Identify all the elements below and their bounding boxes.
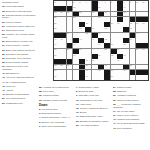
cell-number: 15 <box>54 11 56 13</box>
grid-cell[interactable]: 80 <box>111 75 117 80</box>
cell-number: 10 <box>136 1 138 3</box>
grid-cell[interactable] <box>92 75 98 80</box>
clue: 19.Railroad stretch (hyphenated before) <box>2 14 36 19</box>
grid-cell[interactable]: 72 <box>130 65 136 70</box>
grid-cell[interactable]: 48 <box>73 43 79 48</box>
clue: 4.School founded by Henry VI <box>39 116 73 119</box>
clue: 46.Absent <box>2 89 36 92</box>
clue: 11.Home food <box>76 103 110 106</box>
clue: 43.Tree ornament <box>113 127 149 130</box>
clue-number: 40. <box>113 118 116 120</box>
grid-cell[interactable]: 3 <box>79 1 85 6</box>
clue-text: 'Whirlybird' carrier cargo flier <box>6 25 35 27</box>
grid-cell[interactable] <box>79 54 85 59</box>
clue-number: 23. <box>76 124 79 126</box>
grid-cell[interactable]: 37 <box>67 33 73 38</box>
grid-cell[interactable] <box>130 54 136 59</box>
grid-cell[interactable]: 7 <box>111 1 117 6</box>
grid-cell[interactable] <box>136 38 142 43</box>
grid-cell[interactable] <box>111 33 117 38</box>
grid-cell[interactable]: 79 <box>85 75 91 80</box>
grid-cell[interactable] <box>117 27 123 32</box>
clue-number: 42. <box>2 76 5 78</box>
grid-cell[interactable] <box>123 59 129 64</box>
cell-number: 28 <box>117 22 119 24</box>
grid-cell[interactable]: 31 <box>142 22 148 27</box>
cell-number: 51 <box>123 43 125 45</box>
clue-number: 46. <box>2 89 5 91</box>
grid-cell[interactable]: 27 <box>111 22 117 27</box>
grid-cell[interactable] <box>111 12 117 17</box>
grid-cell[interactable]: 75 <box>98 70 104 75</box>
grid-cell[interactable]: 65 <box>92 59 98 64</box>
cell-number: 12 <box>73 6 75 8</box>
across-clue-list-two: 55.Heading for a flight deck?58.Lone rac… <box>39 86 73 101</box>
clue-number: 35. <box>2 53 5 55</box>
cell-number: 42 <box>60 38 62 40</box>
grid-cell[interactable] <box>85 43 91 48</box>
grid-cell[interactable] <box>136 12 142 17</box>
clue-text: Heading for a flight deck? <box>43 86 69 88</box>
clue: 53.Washington fruit <box>2 102 36 105</box>
clue: 21.'Whirlybird' carrier cargo flier <box>2 25 36 28</box>
grid-cell[interactable]: 46 <box>130 38 136 43</box>
cell-number: 24 <box>98 16 100 18</box>
cell-number: 26 <box>86 22 88 24</box>
cell-number: 50 <box>111 43 113 45</box>
grid-cell[interactable]: 21 <box>123 12 129 17</box>
grid-cell[interactable] <box>60 75 66 80</box>
cell-number: 49 <box>98 43 100 45</box>
clue: 39.Napoleon's 1st NATO chairman <box>2 65 36 70</box>
cell-number: 9 <box>130 1 131 3</box>
grid-cell[interactable] <box>136 65 142 70</box>
clue-text: Eight-sided stop, often <box>80 115 103 117</box>
grid-cell[interactable] <box>142 12 148 17</box>
clue: 9.'Sad Star' verse boil <box>76 94 110 97</box>
grid-cell[interactable] <box>92 65 98 70</box>
clue: 26.Bandleader's 'Frenesi' org. <box>2 40 36 43</box>
grid-cell[interactable]: 66 <box>117 59 123 64</box>
clue-number: 60. <box>39 94 42 96</box>
cell-number: 33 <box>79 27 81 29</box>
grid-cell[interactable] <box>67 22 73 27</box>
cell-number: 16 <box>60 11 62 13</box>
clue-text: Tree ornament <box>117 127 132 129</box>
grid-cell[interactable] <box>79 17 85 22</box>
clue-text: Compulsively tidy sort <box>80 99 102 101</box>
grid-cell[interactable] <box>142 6 148 11</box>
clue-text: 'I'm fixed,' said the 21st rug <box>6 76 34 78</box>
grid-cell[interactable] <box>60 17 66 22</box>
clue: 27.Judge's music <box>113 86 149 89</box>
grid-cell[interactable]: 63 <box>123 54 129 59</box>
cell-number: 71 <box>105 64 107 66</box>
clue-number: 39. <box>2 65 5 67</box>
clue: 28.Oast filler <box>113 90 149 93</box>
grid-cell[interactable]: 35 <box>104 27 110 32</box>
clue-number: 34. <box>113 110 116 112</box>
black-cell <box>117 12 123 17</box>
grid-cell[interactable] <box>117 33 123 38</box>
grid-cell[interactable]: 12 <box>73 6 79 11</box>
grid-cell[interactable] <box>73 27 79 32</box>
grid-cell[interactable] <box>73 70 79 75</box>
clue-text: Big discovery <box>6 72 20 74</box>
grid-cell[interactable]: 71 <box>104 65 110 70</box>
grid-cell[interactable]: 11 <box>142 1 148 6</box>
cell-number: 73 <box>54 69 56 71</box>
grid-cell[interactable] <box>142 38 148 43</box>
clue-text: Enrolling in earnest flows <box>6 10 32 12</box>
grid-cell[interactable] <box>123 17 129 22</box>
cell-number: 70 <box>86 64 88 66</box>
clue-text: Conservatory visitor <box>79 86 99 88</box>
cell-number: 21 <box>123 11 125 13</box>
cell-number: 80 <box>111 75 113 77</box>
clue: 58.Lone racer <box>39 90 73 93</box>
grid-cell[interactable]: 50 <box>111 43 117 48</box>
down-clue-list-three: 7.Conservatory visitor8.Bound on high9.'… <box>76 86 110 127</box>
grid-cell[interactable] <box>142 33 148 38</box>
grid-cell[interactable] <box>136 6 142 11</box>
clue: 42.'I'm fixed,' said the 21st rug <box>2 76 36 79</box>
grid-cell[interactable] <box>136 59 142 64</box>
grid-cell[interactable] <box>67 1 73 6</box>
grid-cell[interactable]: 69 <box>67 65 73 70</box>
grid-cell[interactable] <box>67 17 73 22</box>
grid-cell[interactable] <box>67 75 73 80</box>
grid-cell[interactable]: 56 <box>117 49 123 54</box>
grid-cell[interactable] <box>60 70 66 75</box>
cell-number: 5 <box>98 1 99 3</box>
cell-number: 30 <box>136 22 138 24</box>
grid-cell[interactable]: 49 <box>98 43 104 48</box>
cell-number: 36 <box>130 27 132 29</box>
clue-number: 22. <box>76 120 79 122</box>
grid-cell[interactable] <box>130 43 136 48</box>
grid-cell[interactable]: 45 <box>104 38 110 43</box>
grid-cell[interactable]: 30 <box>136 22 142 27</box>
crossword-grid[interactable]: 1234567891011121314151617181920212223242… <box>53 0 149 81</box>
grid-cell[interactable]: 9 <box>130 1 136 6</box>
grid-cell[interactable]: 44 <box>92 38 98 43</box>
grid-cell[interactable]: 59 <box>54 54 60 59</box>
clue-text: Paint a picture, verbally <box>6 44 30 46</box>
grid-cell[interactable]: 36 <box>130 27 136 32</box>
grid-cell[interactable] <box>60 22 66 27</box>
cell-number: 8 <box>123 1 124 3</box>
grid-cell[interactable]: 24 <box>98 17 104 22</box>
grid-cell[interactable]: 77 <box>123 70 129 75</box>
grid-cell[interactable] <box>92 43 98 48</box>
clue-text: April 15th pressure <box>80 124 99 126</box>
cell-number: 45 <box>105 38 107 40</box>
grid-cell[interactable] <box>111 59 117 64</box>
grid-cell[interactable] <box>130 49 136 54</box>
grid-cell[interactable]: 26 <box>85 22 91 27</box>
clue-text: Equator for doubters (comp.) <box>80 120 109 122</box>
clue-number: 28. <box>113 90 116 92</box>
clue-number: 63. <box>39 99 42 101</box>
clue-number: 29. <box>113 94 116 96</box>
clue-text: Gondolier ride abroad <box>6 53 28 55</box>
grid-cell[interactable] <box>142 27 148 32</box>
grid-cell[interactable]: 53 <box>67 49 73 54</box>
grid-cell[interactable] <box>92 70 98 75</box>
grid-cell[interactable]: 57 <box>136 49 142 54</box>
cell-number: 64 <box>86 59 88 61</box>
clue-number: 33. <box>2 49 5 51</box>
grid-cell[interactable]: 68 <box>60 65 66 70</box>
cell-number: 54 <box>79 48 81 50</box>
cell-number: 38 <box>86 32 88 34</box>
grid-cell[interactable]: 58 <box>142 49 148 54</box>
grid-cell[interactable]: 55 <box>104 49 110 54</box>
grid-cell[interactable] <box>117 65 123 70</box>
cell-number: 44 <box>92 38 94 40</box>
clue-text: Marbles and canisters <box>117 118 139 120</box>
black-cell <box>79 75 85 80</box>
cell-number: 37 <box>67 32 69 34</box>
cell-number: 2 <box>73 1 74 3</box>
grid-cell[interactable] <box>123 22 129 27</box>
clue: 6.Open-field comradeship <box>39 125 73 128</box>
cell-number: 69 <box>67 64 69 66</box>
clue: 41.Go-to song about forecasts <box>113 122 149 125</box>
clue-number: 37. <box>113 114 116 116</box>
clue: 15.Journey named for 'Believe' <box>76 107 110 110</box>
clue: 25.'Whiskey Girl' country singer Keith <box>2 33 36 38</box>
clue-text: Salsa queen Cruz <box>6 29 24 31</box>
grid-cell[interactable] <box>123 33 129 38</box>
grid-cell[interactable] <box>98 59 104 64</box>
grid-cell[interactable]: 39 <box>98 33 104 38</box>
grid-cell[interactable]: 10 <box>136 1 142 6</box>
clue-text: Bandleader's 'Frenesi' org. <box>6 40 33 42</box>
grid-cell[interactable]: 13 <box>98 6 104 11</box>
clue-text: Endangered sound <box>42 112 61 114</box>
grid-cell[interactable] <box>60 49 66 54</box>
clue-text: Open-field comradeship <box>42 125 66 127</box>
clue: 10.Compulsively tidy sort <box>76 99 110 102</box>
black-cell <box>79 70 85 75</box>
cell-number: 29 <box>130 22 132 24</box>
cell-number: 25 <box>54 22 56 24</box>
grid-cell[interactable] <box>111 27 117 32</box>
grid-cell[interactable] <box>85 49 91 54</box>
cell-number: 55 <box>105 48 107 50</box>
grid-cell[interactable] <box>60 27 66 32</box>
clue-text: Isle of Man native <box>117 110 135 112</box>
clue-number: 55. <box>39 86 42 88</box>
grid-cell[interactable] <box>111 6 117 11</box>
grid-cell[interactable]: 61 <box>98 54 104 59</box>
clue: 51.Like cafeteria trays <box>2 97 36 100</box>
clue: 49.Engage in hobnobbing <box>2 93 36 96</box>
grid-cell[interactable] <box>67 38 73 43</box>
clue-text: 'Whiskey Girl' country singer Keith <box>2 33 35 38</box>
clue-number: 15. <box>76 107 79 109</box>
grid-cell[interactable]: 6 <box>104 1 110 6</box>
clue-number: 53. <box>2 102 5 104</box>
clue-text: Far-out art form <box>42 108 58 110</box>
cell-number: 66 <box>117 59 119 61</box>
grid-cell[interactable]: 1 <box>54 1 60 6</box>
cell-number: 17 <box>67 11 69 13</box>
grid-cell[interactable]: 28 <box>117 22 123 27</box>
grid-cell[interactable] <box>142 75 148 80</box>
clue-text: School founded by Henry VI <box>42 116 71 118</box>
grid-cell[interactable]: 78 <box>54 75 60 80</box>
grid-cell[interactable] <box>104 17 110 22</box>
clue-text: So, in Shakespeare <box>6 81 26 83</box>
cell-number: 22 <box>54 16 56 18</box>
grid-cell[interactable] <box>130 6 136 11</box>
clue: 36.Cinematic 1960 pollution <box>2 57 36 60</box>
clue-text: Naughty child's receipt? <box>43 99 67 101</box>
clue: 2.Far-out art form <box>39 108 73 111</box>
grid-cell[interactable] <box>92 49 98 54</box>
grid-cell[interactable]: 60 <box>73 54 79 59</box>
grid-cell[interactable] <box>85 6 91 11</box>
grid-cell[interactable] <box>73 33 79 38</box>
grid-cell[interactable]: 43 <box>79 38 85 43</box>
clue-text: 'Sad Star' verse boil <box>79 94 99 96</box>
clue-number: 36. <box>2 57 5 59</box>
grid-cell[interactable]: 51 <box>123 43 129 48</box>
grid-cell[interactable] <box>142 54 148 59</box>
clue: 31.Paint a picture, verbally <box>2 44 36 47</box>
grid-cell[interactable] <box>136 75 142 80</box>
clue: 15.Pecks with kisses <box>2 5 36 8</box>
grid-cell[interactable] <box>142 65 148 70</box>
black-cell <box>104 70 110 75</box>
grid-cell[interactable] <box>60 54 66 59</box>
clue-number: 43. <box>113 127 116 129</box>
grid-cell[interactable] <box>142 59 148 64</box>
clue-text: Pecks with kisses <box>6 5 24 7</box>
clue: 17.Eight-sided stop, often <box>76 115 110 118</box>
grid-cell[interactable] <box>60 1 66 6</box>
black-cell <box>79 65 85 70</box>
grid-cell[interactable] <box>136 54 142 59</box>
grid-cell[interactable] <box>73 59 79 64</box>
clue-column-three: 7.Conservatory visitor8.Bound on high9.'… <box>76 86 110 128</box>
grid-cell[interactable]: 23 <box>73 17 79 22</box>
clue: 8.Bound on high <box>76 90 110 93</box>
clue-number: 44. <box>2 81 5 83</box>
clue-text: Farmer's own copier? <box>117 99 139 101</box>
cell-number: 77 <box>123 69 125 71</box>
cell-number: 61 <box>98 54 100 56</box>
clue-number: 32. <box>113 103 116 105</box>
cell-number: 31 <box>142 22 144 24</box>
grid-cell[interactable] <box>117 38 123 43</box>
cell-number: 58 <box>142 48 144 50</box>
grid-cell[interactable] <box>85 12 91 17</box>
clue: 29.Abashed comment <box>113 94 149 97</box>
across-clue-list-left: 15.Pecks with kisses18.Enrolling in earn… <box>2 5 36 104</box>
grid-cell[interactable]: 54 <box>79 49 85 54</box>
grid-cell[interactable]: 42 <box>60 38 66 43</box>
clue: 33.Baffle with riddles and styles <box>2 49 36 52</box>
grid-cell[interactable]: 4 <box>85 1 91 6</box>
grid-cell[interactable] <box>73 75 79 80</box>
grid-cell[interactable] <box>73 22 79 27</box>
grid-cell[interactable]: 17 <box>67 12 73 17</box>
grid-cell[interactable] <box>67 70 73 75</box>
black-cell <box>130 70 136 75</box>
grid-cell[interactable] <box>92 17 98 22</box>
grid-cell[interactable] <box>98 75 104 80</box>
cell-number: 59 <box>54 54 56 56</box>
clue-text: Baffle with riddles and styles <box>6 49 35 51</box>
grid-cell[interactable] <box>104 54 110 59</box>
grid-cell[interactable] <box>123 75 129 80</box>
grid-cell[interactable] <box>130 12 136 17</box>
grid-cell[interactable]: 19 <box>92 12 98 17</box>
clue: 55.Heading for a flight deck? <box>39 86 73 89</box>
clue-number: 31. <box>2 44 5 46</box>
clue: 38.Dense triangle setting <box>2 61 36 64</box>
grid-cell[interactable]: 40 <box>136 33 142 38</box>
black-cell <box>136 70 142 75</box>
grid-cell[interactable] <box>130 75 136 80</box>
clue-number: 20. <box>2 21 5 23</box>
clue: 60.Marseille mister <box>39 94 73 97</box>
clue-number: 27. <box>113 86 116 88</box>
clue-number: 26. <box>2 40 5 42</box>
black-cell <box>104 75 110 80</box>
grid-cell[interactable] <box>67 54 73 59</box>
clue: 18.Enrolling in earnest flows <box>2 10 36 13</box>
grid-cell[interactable]: 18 <box>79 12 85 17</box>
clue-column-two: 55.Heading for a flight deck?58.Lone rac… <box>39 86 73 129</box>
clue-text: Home food <box>80 103 91 105</box>
cell-number: 56 <box>117 48 119 50</box>
grid-cell[interactable]: 20 <box>104 12 110 17</box>
grid-cell[interactable] <box>98 22 104 27</box>
grid-cell[interactable]: 33 <box>79 27 85 32</box>
grid-cell[interactable] <box>60 43 66 48</box>
cell-number: 32 <box>54 27 56 29</box>
cell-number: 62 <box>111 54 113 56</box>
cell-number: 23 <box>73 16 75 18</box>
cell-number: 65 <box>92 59 94 61</box>
clue-fragment: mountain county <box>2 1 36 4</box>
clue-text: Like cafeteria trays <box>6 97 25 99</box>
grid-cell[interactable]: 38 <box>85 33 91 38</box>
cell-number: 78 <box>54 75 56 77</box>
down-header: Down <box>39 103 73 107</box>
cell-number: 7 <box>111 1 112 3</box>
grid-cell[interactable]: 32 <box>54 27 60 32</box>
clue-number: 17. <box>76 115 79 117</box>
grid-cell[interactable]: 16 <box>60 12 66 17</box>
grid-cell[interactable] <box>117 75 123 80</box>
grid-cell[interactable] <box>73 65 79 70</box>
cell-number: 43 <box>79 38 81 40</box>
clue-text: Washington fruit <box>6 102 23 104</box>
grid-cell[interactable] <box>117 70 123 75</box>
grid-cell[interactable]: 62 <box>111 54 117 59</box>
clue-number: 16. <box>76 111 79 113</box>
clue: 24.Salsa queen Cruz <box>2 29 36 32</box>
clue-text: Napoleon's 1st NATO chairman <box>2 65 28 70</box>
grid-cell[interactable]: 34 <box>92 27 98 32</box>
grid-cell[interactable] <box>85 38 91 43</box>
